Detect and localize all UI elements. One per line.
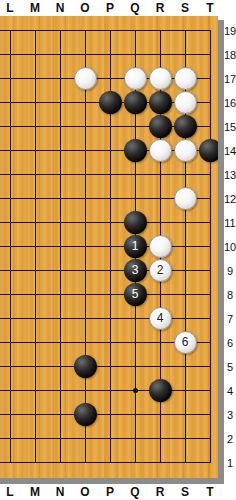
row-label-17: 17	[224, 71, 236, 87]
bottom-coordinate-labels: LMNOPQRST	[0, 484, 236, 500]
move-number-1: 1	[132, 239, 139, 253]
stone-black-Q14[interactable]	[124, 139, 147, 162]
row-label-16: 16	[224, 95, 236, 111]
stone-white-S6[interactable]: 6	[174, 331, 197, 354]
move-number-2: 2	[157, 263, 164, 277]
go-board[interactable]: 135246	[0, 16, 236, 478]
move-number-4: 4	[157, 311, 164, 325]
row-label-14: 14	[224, 143, 236, 159]
row-label-6: 6	[224, 335, 236, 351]
col-label-O: O	[73, 484, 98, 500]
stone-white-S17[interactable]	[174, 67, 197, 90]
grid-line-horizontal	[0, 30, 211, 31]
stone-black-Q16[interactable]	[124, 91, 147, 114]
stone-black-R15[interactable]	[149, 115, 172, 138]
row-label-18: 18	[224, 47, 236, 63]
stone-white-R7[interactable]: 4	[149, 307, 172, 330]
move-number-3: 3	[132, 263, 139, 277]
stone-black-Q9[interactable]: 3	[124, 259, 147, 282]
row-label-7: 7	[224, 311, 236, 327]
grid-line-horizontal	[0, 462, 211, 463]
col-label-M: M	[23, 0, 48, 16]
col-label-O: O	[73, 0, 98, 16]
row-label-8: 8	[224, 287, 236, 303]
grid-line-horizontal	[0, 246, 211, 247]
stone-white-R14[interactable]	[149, 139, 172, 162]
col-label-S: S	[173, 0, 198, 16]
stone-black-Q10[interactable]: 1	[124, 235, 147, 258]
stone-white-S16[interactable]	[174, 91, 197, 114]
stone-black-S15[interactable]	[174, 115, 197, 138]
grid-line-horizontal	[0, 390, 211, 391]
stone-black-Q11[interactable]	[124, 211, 147, 234]
row-label-5: 5	[224, 359, 236, 375]
row-label-11: 11	[224, 215, 236, 231]
stone-white-R9[interactable]: 2	[149, 259, 172, 282]
stone-black-O5[interactable]	[74, 355, 97, 378]
col-label-Q: Q	[123, 484, 148, 500]
col-label-T: T	[198, 484, 223, 500]
stone-black-O3[interactable]	[74, 403, 97, 426]
grid-line-horizontal	[0, 294, 211, 295]
stone-white-S12[interactable]	[174, 187, 197, 210]
go-board-diagram: LMNOPQRST 135246 19181716151413121110987…	[0, 0, 236, 500]
grid-line-horizontal	[0, 54, 211, 55]
row-label-4: 4	[224, 383, 236, 399]
col-label-T: T	[198, 0, 223, 16]
row-label-1: 1	[224, 455, 236, 471]
row-label-3: 3	[224, 407, 236, 423]
col-label-R: R	[148, 0, 173, 16]
row-label-13: 13	[224, 167, 236, 183]
row-label-12: 12	[224, 191, 236, 207]
row-label-2: 2	[224, 431, 236, 447]
stone-white-O17[interactable]	[74, 67, 97, 90]
stone-white-R10[interactable]	[149, 235, 172, 258]
col-label-R: R	[148, 484, 173, 500]
grid-line-horizontal	[0, 270, 211, 271]
grid-line-horizontal	[0, 174, 211, 175]
col-label-N: N	[48, 0, 73, 16]
move-number-6: 6	[182, 335, 189, 349]
col-label-M: M	[23, 484, 48, 500]
stone-black-R4[interactable]	[149, 379, 172, 402]
stone-white-R17[interactable]	[149, 67, 172, 90]
col-label-L: L	[0, 484, 23, 500]
grid-line-horizontal	[0, 318, 211, 319]
stone-white-Q17[interactable]	[124, 67, 147, 90]
col-label-P: P	[98, 0, 123, 16]
row-label-15: 15	[224, 119, 236, 135]
col-label-Q: Q	[123, 0, 148, 16]
stone-black-R16[interactable]	[149, 91, 172, 114]
top-coordinate-labels: LMNOPQRST	[0, 0, 236, 16]
grid-line-horizontal	[0, 222, 211, 223]
grid-line-horizontal	[0, 414, 211, 415]
stone-black-P16[interactable]	[99, 91, 122, 114]
grid-line-horizontal	[0, 366, 211, 367]
row-label-10: 10	[224, 239, 236, 255]
col-label-L: L	[0, 0, 23, 16]
grid-line-horizontal	[0, 438, 211, 439]
col-label-N: N	[48, 484, 73, 500]
move-number-5: 5	[132, 287, 139, 301]
col-label-S: S	[173, 484, 198, 500]
row-label-19: 19	[224, 23, 236, 39]
col-label-P: P	[98, 484, 123, 500]
star-point-Q4	[133, 388, 138, 393]
stone-black-Q8[interactable]: 5	[124, 283, 147, 306]
row-label-9: 9	[224, 263, 236, 279]
stone-white-S14[interactable]	[174, 139, 197, 162]
